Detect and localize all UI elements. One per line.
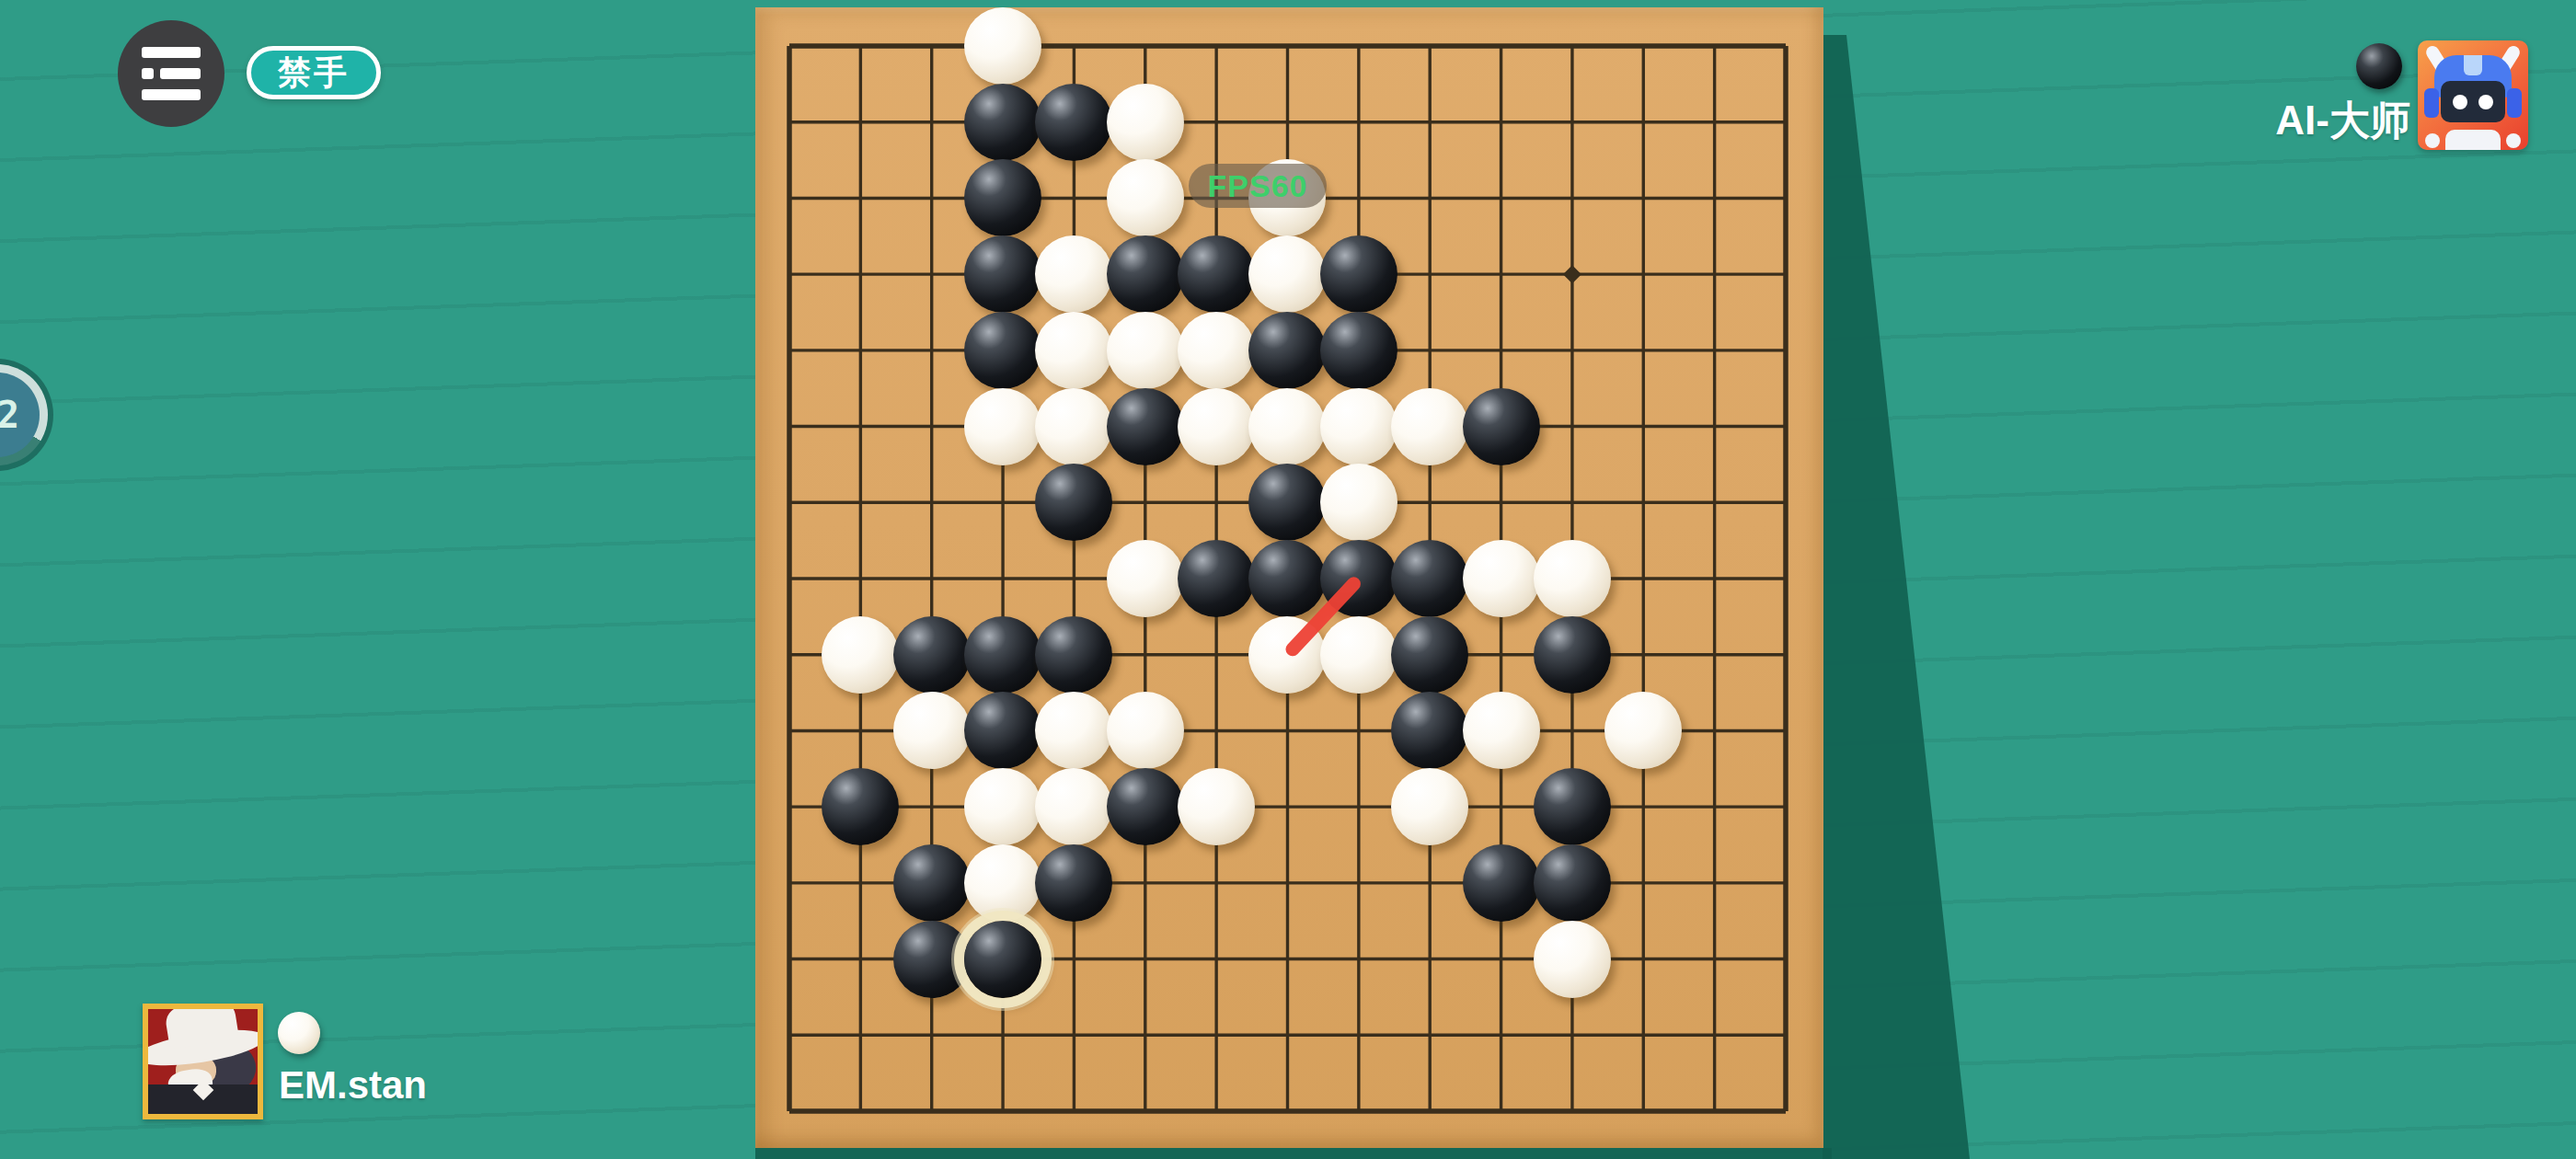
stone-black bbox=[1248, 312, 1326, 389]
stone-black bbox=[1463, 844, 1540, 922]
stone-black bbox=[1107, 235, 1184, 313]
stone-white bbox=[964, 768, 1041, 845]
move-timer: 22 bbox=[0, 359, 53, 471]
timer-seconds: 22 bbox=[0, 394, 21, 436]
stone-black bbox=[1320, 312, 1397, 389]
gomoku-board[interactable]: FPS60 bbox=[755, 7, 1823, 1148]
stone-black bbox=[1534, 844, 1611, 922]
stone-black bbox=[893, 616, 971, 694]
stone-black bbox=[1035, 84, 1112, 161]
stone-white bbox=[1107, 312, 1184, 389]
stone-white bbox=[822, 616, 899, 694]
stone-black-last-move bbox=[964, 921, 1041, 998]
stone-white bbox=[1035, 692, 1112, 769]
player-avatar bbox=[143, 1004, 263, 1119]
robot-avatar bbox=[2418, 40, 2528, 150]
robot-hand bbox=[2425, 133, 2440, 148]
stone-white bbox=[1320, 616, 1397, 694]
robot-ear bbox=[2507, 88, 2522, 118]
stone-black bbox=[1391, 616, 1468, 694]
forbidden-move-rule-badge[interactable]: 禁手 bbox=[247, 46, 381, 99]
stone-black bbox=[1178, 235, 1255, 313]
stone-white bbox=[1391, 768, 1468, 845]
stone-white bbox=[1248, 235, 1326, 313]
stone-black bbox=[1107, 768, 1184, 845]
menu-button[interactable] bbox=[118, 20, 224, 127]
robot-face bbox=[2441, 81, 2505, 122]
stone-black bbox=[1035, 464, 1112, 541]
opponent-black-stone-indicator bbox=[2356, 43, 2402, 89]
board-cast-shadow-bottom bbox=[755, 1148, 1832, 1159]
stone-black bbox=[1391, 540, 1468, 617]
stone-white bbox=[1178, 768, 1255, 845]
stone-white bbox=[1248, 388, 1326, 465]
stone-white bbox=[1035, 388, 1112, 465]
stone-white bbox=[1534, 921, 1611, 998]
stone-white bbox=[893, 692, 971, 769]
stone-white bbox=[1463, 540, 1540, 617]
stone-white bbox=[1035, 768, 1112, 845]
stone-black bbox=[893, 921, 971, 998]
stone-black bbox=[1248, 540, 1326, 617]
stone-black bbox=[893, 844, 971, 922]
stone-white bbox=[1320, 464, 1397, 541]
robot-hand bbox=[2506, 133, 2521, 148]
robot-ear bbox=[2424, 88, 2439, 118]
stone-white bbox=[1248, 616, 1326, 694]
stone-white bbox=[964, 388, 1041, 465]
stone-black bbox=[1391, 692, 1468, 769]
stone-black bbox=[822, 768, 899, 845]
stone-black bbox=[964, 159, 1041, 236]
fps-badge-label: FPS60 bbox=[1208, 168, 1308, 204]
stone-black bbox=[964, 616, 1041, 694]
stone-black bbox=[1534, 768, 1611, 845]
robot-body bbox=[2445, 130, 2501, 150]
stone-white bbox=[1604, 692, 1682, 769]
rule-badge-label: 禁手 bbox=[278, 51, 350, 96]
board-cast-shadow bbox=[1823, 35, 1979, 1159]
stone-white bbox=[1035, 312, 1112, 389]
stone-black bbox=[964, 84, 1041, 161]
stone-black bbox=[1534, 616, 1611, 694]
stone-white bbox=[964, 844, 1041, 922]
stone-black bbox=[1107, 388, 1184, 465]
stone-black bbox=[964, 692, 1041, 769]
stone-white bbox=[1391, 388, 1468, 465]
player-name: EM.stan bbox=[279, 1063, 427, 1107]
stone-black bbox=[1035, 616, 1112, 694]
stone-black bbox=[964, 235, 1041, 313]
stone-black bbox=[964, 312, 1041, 389]
stone-black bbox=[1320, 235, 1397, 313]
stone-white bbox=[1107, 84, 1184, 161]
stone-black bbox=[1463, 388, 1540, 465]
stone-black bbox=[1320, 540, 1397, 617]
player-white-stone-indicator bbox=[278, 1012, 320, 1054]
stone-white bbox=[1107, 540, 1184, 617]
stone-white bbox=[1463, 692, 1540, 769]
stone-black bbox=[1248, 464, 1326, 541]
stone-white bbox=[1178, 312, 1255, 389]
fps-badge: FPS60 bbox=[1189, 164, 1327, 208]
stone-white bbox=[1534, 540, 1611, 617]
stone-white bbox=[1107, 159, 1184, 236]
stone-white bbox=[964, 7, 1041, 85]
stone-white bbox=[1178, 388, 1255, 465]
stone-white bbox=[1107, 692, 1184, 769]
stone-white bbox=[1035, 235, 1112, 313]
stone-white bbox=[1320, 388, 1397, 465]
stone-black bbox=[1178, 540, 1255, 617]
opponent-name: AI-大师 bbox=[2275, 94, 2410, 148]
stone-black bbox=[1035, 844, 1112, 922]
